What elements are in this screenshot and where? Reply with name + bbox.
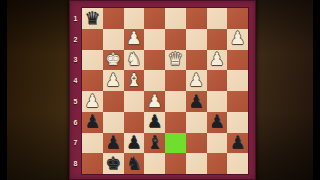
white-pawn[interactable]: ♟ [207,50,228,71]
rank-label-8: 8 [69,153,82,174]
white-pawn[interactable]: ♟ [144,91,165,112]
rank-label-4: 4 [69,70,82,91]
square-f4[interactable]: ♝ [124,70,145,91]
square-h7[interactable] [82,133,103,154]
square-g4[interactable]: ♟ [103,70,124,91]
white-pawn[interactable]: ♟ [103,70,124,91]
square-a2[interactable]: ♟ [227,29,248,50]
square-e8[interactable] [144,153,165,174]
board-frame: 12345678 ♛♟♟♚♞♛♟♟♝♟♟♟♟♟♟♟♟♟♝♟♚♞ [69,0,256,180]
rank-label-5: 5 [69,91,82,112]
square-b3[interactable]: ♟ [207,50,228,71]
black-pawn[interactable]: ♟ [144,112,165,133]
square-f5[interactable] [124,91,145,112]
black-bishop[interactable]: ♝ [144,133,165,154]
square-e1[interactable] [144,8,165,29]
square-b7[interactable] [207,133,228,154]
square-a7[interactable]: ♟ [227,133,248,154]
white-bishop[interactable]: ♝ [124,70,145,91]
square-a1[interactable] [227,8,248,29]
square-g5[interactable] [103,91,124,112]
square-d5[interactable] [165,91,186,112]
black-knight[interactable]: ♞ [124,153,145,174]
square-c2[interactable] [186,29,207,50]
square-g3[interactable]: ♚ [103,50,124,71]
white-king[interactable]: ♚ [103,50,124,71]
square-d4[interactable] [165,70,186,91]
square-b4[interactable] [207,70,228,91]
square-h4[interactable] [82,70,103,91]
square-e6[interactable]: ♟ [144,112,165,133]
square-g2[interactable] [103,29,124,50]
square-c4[interactable]: ♟ [186,70,207,91]
square-e7[interactable]: ♝ [144,133,165,154]
square-c6[interactable] [186,112,207,133]
square-h8[interactable] [82,153,103,174]
square-d6[interactable] [165,112,186,133]
black-pawn[interactable]: ♟ [82,112,103,133]
square-c7[interactable] [186,133,207,154]
square-e5[interactable]: ♟ [144,91,165,112]
black-pawn[interactable]: ♟ [227,133,248,154]
square-a5[interactable] [227,91,248,112]
square-c1[interactable] [186,8,207,29]
square-h5[interactable]: ♟ [82,91,103,112]
rank-label-6: 6 [69,112,82,133]
rank-label-3: 3 [69,50,82,71]
square-d7[interactable] [165,133,186,154]
rank-label-7: 7 [69,133,82,154]
chess-board: ♛♟♟♚♞♛♟♟♝♟♟♟♟♟♟♟♟♟♝♟♚♞ [82,8,248,174]
square-b8[interactable] [207,153,228,174]
square-h3[interactable] [82,50,103,71]
rank-labels: 12345678 [69,8,82,174]
square-c8[interactable] [186,153,207,174]
square-h6[interactable]: ♟ [82,112,103,133]
square-f2[interactable]: ♟ [124,29,145,50]
square-f1[interactable] [124,8,145,29]
square-d1[interactable] [165,8,186,29]
square-g1[interactable] [103,8,124,29]
square-a8[interactable] [227,153,248,174]
square-g8[interactable]: ♚ [103,153,124,174]
square-a6[interactable] [227,112,248,133]
square-h1[interactable]: ♛ [82,8,103,29]
white-pawn[interactable]: ♟ [227,29,248,50]
square-c5[interactable]: ♟ [186,91,207,112]
black-queen[interactable]: ♛ [82,8,103,29]
square-g6[interactable] [103,112,124,133]
black-pawn[interactable]: ♟ [186,91,207,112]
white-queen[interactable]: ♛ [165,50,186,71]
square-b6[interactable]: ♟ [207,112,228,133]
letterbox-stage: 12345678 ♛♟♟♚♞♛♟♟♝♟♟♟♟♟♟♟♟♟♝♟♚♞ [0,0,320,180]
black-pawn[interactable]: ♟ [207,112,228,133]
square-f6[interactable] [124,112,145,133]
white-pawn[interactable]: ♟ [124,29,145,50]
rank-label-2: 2 [69,29,82,50]
square-h2[interactable] [82,29,103,50]
square-g7[interactable]: ♟ [103,133,124,154]
black-pawn[interactable]: ♟ [124,133,145,154]
square-a4[interactable] [227,70,248,91]
square-c3[interactable] [186,50,207,71]
square-b1[interactable] [207,8,228,29]
square-e2[interactable] [144,29,165,50]
square-e3[interactable] [144,50,165,71]
square-f7[interactable]: ♟ [124,133,145,154]
square-b2[interactable] [207,29,228,50]
rank-label-1: 1 [69,8,82,29]
square-a3[interactable] [227,50,248,71]
square-e4[interactable] [144,70,165,91]
square-d3[interactable]: ♛ [165,50,186,71]
white-knight[interactable]: ♞ [124,50,145,71]
square-f8[interactable]: ♞ [124,153,145,174]
square-d8[interactable] [165,153,186,174]
white-pawn[interactable]: ♟ [186,70,207,91]
square-f3[interactable]: ♞ [124,50,145,71]
square-d2[interactable] [165,29,186,50]
black-pawn[interactable]: ♟ [103,133,124,154]
square-b5[interactable] [207,91,228,112]
black-king[interactable]: ♚ [103,153,124,174]
white-pawn[interactable]: ♟ [82,91,103,112]
